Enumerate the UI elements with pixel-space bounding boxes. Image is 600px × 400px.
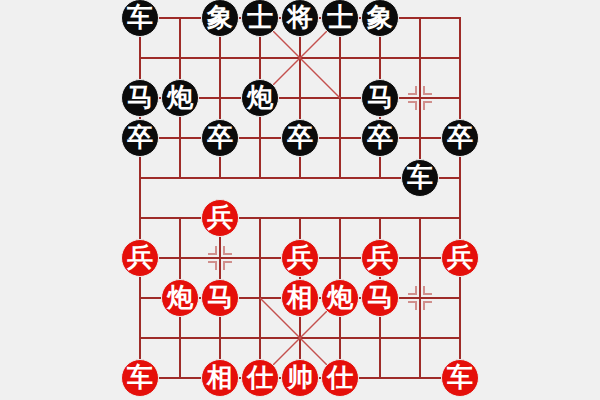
point-marker-icon (224, 262, 232, 270)
point-marker-icon (424, 86, 432, 94)
piece-red-cannon[interactable]: 炮 (321, 279, 359, 317)
piece-red-chariot[interactable]: 车 (121, 359, 159, 397)
piece-black-soldier[interactable]: 卒 (201, 119, 239, 157)
point-marker-icon (424, 286, 432, 294)
piece-black-advisor[interactable]: 士 (241, 0, 279, 37)
point-marker-icon (208, 262, 216, 270)
piece-black-cannon[interactable]: 炮 (241, 79, 279, 117)
piece-black-elephant[interactable]: 象 (361, 0, 399, 37)
piece-red-horse[interactable]: 马 (201, 279, 239, 317)
piece-red-horse[interactable]: 马 (361, 279, 399, 317)
board-grid (0, 0, 600, 400)
piece-black-soldier[interactable]: 卒 (121, 119, 159, 157)
point-marker-icon (408, 302, 416, 310)
piece-black-general[interactable]: 将 (281, 0, 319, 37)
point-marker-icon (424, 302, 432, 310)
piece-red-soldier[interactable]: 兵 (201, 199, 239, 237)
point-marker-icon (408, 102, 416, 110)
piece-red-advisor[interactable]: 仕 (241, 359, 279, 397)
piece-black-elephant[interactable]: 象 (201, 0, 239, 37)
piece-black-chariot[interactable]: 车 (401, 159, 439, 197)
piece-black-chariot[interactable]: 车 (121, 0, 159, 37)
piece-red-advisor[interactable]: 仕 (321, 359, 359, 397)
point-marker-icon (424, 102, 432, 110)
piece-black-soldier[interactable]: 卒 (441, 119, 479, 157)
piece-black-soldier[interactable]: 卒 (281, 119, 319, 157)
point-marker-icon (408, 286, 416, 294)
piece-red-elephant[interactable]: 相 (201, 359, 239, 397)
piece-red-general[interactable]: 帅 (281, 359, 319, 397)
piece-black-horse[interactable]: 马 (121, 79, 159, 117)
piece-red-soldier[interactable]: 兵 (121, 239, 159, 277)
piece-red-cannon[interactable]: 炮 (161, 279, 199, 317)
piece-red-soldier[interactable]: 兵 (441, 239, 479, 277)
piece-black-advisor[interactable]: 士 (321, 0, 359, 37)
xiangqi-board: 车象士将士象马炮炮马卒卒卒卒卒车兵兵兵兵兵炮马相炮马车相仕帅仕车 (0, 0, 600, 400)
piece-red-soldier[interactable]: 兵 (361, 239, 399, 277)
piece-black-soldier[interactable]: 卒 (361, 119, 399, 157)
piece-red-chariot[interactable]: 车 (441, 359, 479, 397)
piece-black-horse[interactable]: 马 (361, 79, 399, 117)
point-marker-icon (208, 246, 216, 254)
point-marker-icon (224, 246, 232, 254)
piece-red-elephant[interactable]: 相 (281, 279, 319, 317)
point-marker-icon (408, 86, 416, 94)
piece-red-soldier[interactable]: 兵 (281, 239, 319, 277)
piece-black-cannon[interactable]: 炮 (161, 79, 199, 117)
